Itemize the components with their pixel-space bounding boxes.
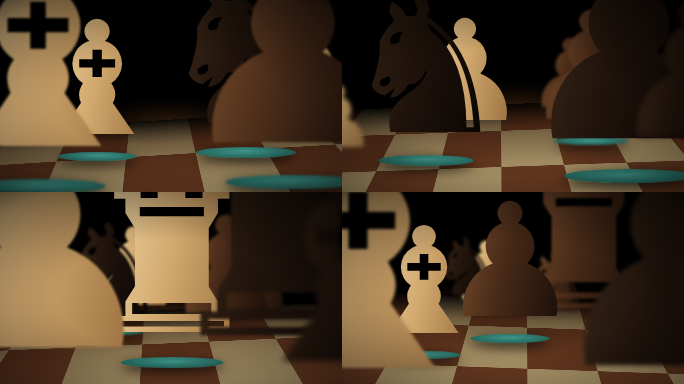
video-frame-bottom-left: ♟♞♟♜♟♟♜♝ <box>0 192 342 384</box>
chess-video-frame-montage: ♝♝♞♟♟ ♟♞♟♟♟♟♟ ♟♞♟♜♟♟♜♝ ♝♝♞♟♟♞♜♟ <box>0 0 684 384</box>
video-frame-top-right: ♟♞♟♟♟♟♟ <box>342 0 684 192</box>
video-frame-top-left: ♝♝♞♟♟ <box>0 0 342 192</box>
chessboard <box>342 104 684 192</box>
chessboard-surface <box>0 192 342 326</box>
chessboard <box>342 298 684 384</box>
video-frame-bottom-right: ♝♝♞♟♟♞♜♟ <box>342 192 684 384</box>
chessboard-surface <box>342 192 684 311</box>
chessboard-surface <box>342 0 684 117</box>
chess-piece-white-pawn: ♟ <box>271 20 342 120</box>
chessboard-surface <box>0 0 342 142</box>
chessboard <box>0 120 342 192</box>
chess-piece-white-pawn: ♟ <box>86 214 183 322</box>
chessboard <box>0 310 342 384</box>
